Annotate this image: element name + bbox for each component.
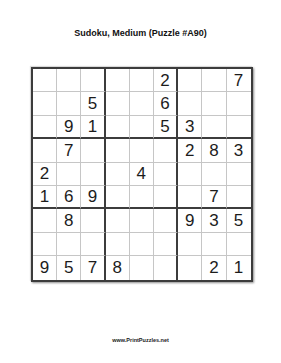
sudoku-cell-r8c4[interactable]: [106, 233, 130, 256]
sudoku-cell-r5c1[interactable]: 2: [33, 163, 57, 186]
sudoku-cell-r2c4[interactable]: [106, 92, 130, 115]
sudoku-cell-r9c3[interactable]: 7: [81, 256, 105, 279]
sudoku-cell-r2c5[interactable]: [130, 92, 154, 115]
sudoku-board: 2756915372832416978935957821: [31, 67, 253, 282]
sudoku-cell-r7c6[interactable]: [154, 209, 178, 232]
sudoku-cell-r4c8[interactable]: 8: [202, 139, 226, 162]
sudoku-cell-r9c5[interactable]: [130, 256, 154, 279]
sudoku-cell-r3c9[interactable]: [227, 116, 251, 139]
sudoku-cell-r7c7[interactable]: 9: [178, 209, 202, 232]
sudoku-cell-r2c1[interactable]: [33, 92, 57, 115]
sudoku-cell-r8c5[interactable]: [130, 233, 154, 256]
sudoku-cell-r2c2[interactable]: [57, 92, 81, 115]
sudoku-cell-r4c6[interactable]: [154, 139, 178, 162]
sudoku-cell-r4c9[interactable]: 3: [227, 139, 251, 162]
sudoku-cell-r9c2[interactable]: 5: [57, 256, 81, 279]
sudoku-cell-r1c3[interactable]: [81, 69, 105, 92]
sudoku-cell-r1c4[interactable]: [106, 69, 130, 92]
sudoku-cell-r4c3[interactable]: [81, 139, 105, 162]
sudoku-cell-r1c5[interactable]: [130, 69, 154, 92]
sudoku-cell-r8c9[interactable]: [227, 233, 251, 256]
sudoku-cell-r3c8[interactable]: [202, 116, 226, 139]
sudoku-cell-r7c4[interactable]: [106, 209, 130, 232]
sudoku-cell-r9c6[interactable]: [154, 256, 178, 279]
sudoku-cell-r6c1[interactable]: 1: [33, 186, 57, 209]
sudoku-cell-r2c7[interactable]: [178, 92, 202, 115]
sudoku-cell-r9c7[interactable]: [178, 256, 202, 279]
sudoku-cell-r8c3[interactable]: [81, 233, 105, 256]
sudoku-cell-r5c3[interactable]: [81, 163, 105, 186]
sudoku-cell-r6c5[interactable]: [130, 186, 154, 209]
sudoku-cell-r1c6[interactable]: 2: [154, 69, 178, 92]
puzzle-title: Sudoku, Medium (Puzzle #A90): [0, 28, 281, 38]
sudoku-cell-r7c2[interactable]: 8: [57, 209, 81, 232]
sudoku-cell-r9c9[interactable]: 1: [227, 256, 251, 279]
sudoku-cell-r5c9[interactable]: [227, 163, 251, 186]
sudoku-cell-r8c7[interactable]: [178, 233, 202, 256]
sudoku-cell-r4c5[interactable]: [130, 139, 154, 162]
sudoku-cell-r3c4[interactable]: [106, 116, 130, 139]
sudoku-cell-r9c1[interactable]: 9: [33, 256, 57, 279]
sudoku-cell-r4c4[interactable]: [106, 139, 130, 162]
sudoku-cell-r5c8[interactable]: [202, 163, 226, 186]
sudoku-cell-r1c1[interactable]: [33, 69, 57, 92]
sudoku-cell-r7c9[interactable]: 5: [227, 209, 251, 232]
sudoku-cell-r5c6[interactable]: [154, 163, 178, 186]
sudoku-cell-r3c6[interactable]: 5: [154, 116, 178, 139]
sudoku-cell-r3c3[interactable]: 1: [81, 116, 105, 139]
sudoku-cell-r7c8[interactable]: 3: [202, 209, 226, 232]
sudoku-cell-r7c5[interactable]: [130, 209, 154, 232]
sudoku-cell-r6c3[interactable]: 9: [81, 186, 105, 209]
sudoku-cell-r9c4[interactable]: 8: [106, 256, 130, 279]
sudoku-cell-r1c9[interactable]: 7: [227, 69, 251, 92]
sudoku-cell-r6c6[interactable]: [154, 186, 178, 209]
sudoku-cell-r2c3[interactable]: 5: [81, 92, 105, 115]
sudoku-cell-r8c2[interactable]: [57, 233, 81, 256]
sudoku-cell-r1c2[interactable]: [57, 69, 81, 92]
sudoku-cell-r7c3[interactable]: [81, 209, 105, 232]
sudoku-cell-r8c8[interactable]: [202, 233, 226, 256]
footer-url: www.PrintPuzzles.net: [0, 337, 281, 343]
sudoku-cell-r4c1[interactable]: [33, 139, 57, 162]
sudoku-cell-r5c2[interactable]: [57, 163, 81, 186]
sudoku-cell-r6c4[interactable]: [106, 186, 130, 209]
puzzle-page: Sudoku, Medium (Puzzle #A90) 27569153728…: [0, 0, 281, 363]
sudoku-cell-r1c7[interactable]: [178, 69, 202, 92]
sudoku-cell-r3c5[interactable]: [130, 116, 154, 139]
sudoku-cell-r6c8[interactable]: 7: [202, 186, 226, 209]
sudoku-cell-r4c7[interactable]: 2: [178, 139, 202, 162]
sudoku-cell-r9c8[interactable]: 2: [202, 256, 226, 279]
sudoku-cell-r5c5[interactable]: 4: [130, 163, 154, 186]
sudoku-cell-r8c1[interactable]: [33, 233, 57, 256]
sudoku-cell-r6c9[interactable]: [227, 186, 251, 209]
sudoku-cell-r2c8[interactable]: [202, 92, 226, 115]
sudoku-cell-r5c4[interactable]: [106, 163, 130, 186]
sudoku-cell-r3c2[interactable]: 9: [57, 116, 81, 139]
sudoku-cell-r3c7[interactable]: 3: [178, 116, 202, 139]
sudoku-cell-r5c7[interactable]: [178, 163, 202, 186]
sudoku-cell-r2c6[interactable]: 6: [154, 92, 178, 115]
sudoku-cell-r1c8[interactable]: [202, 69, 226, 92]
sudoku-cell-r3c1[interactable]: [33, 116, 57, 139]
sudoku-cell-r8c6[interactable]: [154, 233, 178, 256]
sudoku-cell-r6c7[interactable]: [178, 186, 202, 209]
sudoku-cell-r6c2[interactable]: 6: [57, 186, 81, 209]
sudoku-cell-r2c9[interactable]: [227, 92, 251, 115]
sudoku-cell-r7c1[interactable]: [33, 209, 57, 232]
sudoku-cell-r4c2[interactable]: 7: [57, 139, 81, 162]
